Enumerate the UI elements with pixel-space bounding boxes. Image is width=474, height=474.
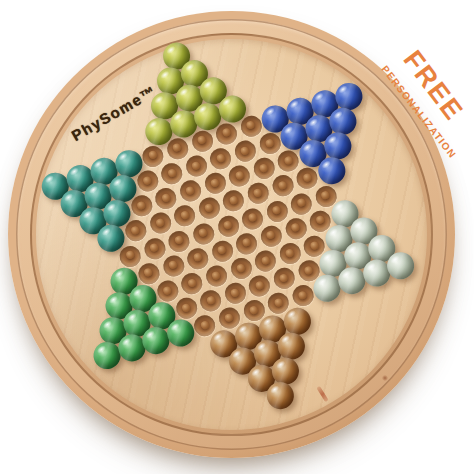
hole[interactable]	[203, 263, 229, 289]
hole[interactable]	[222, 280, 248, 306]
hole[interactable]	[183, 153, 209, 179]
hole[interactable]	[239, 205, 265, 231]
hole[interactable]	[271, 265, 297, 291]
hole[interactable]	[140, 143, 166, 169]
hole[interactable]	[283, 215, 309, 241]
hole[interactable]	[166, 228, 192, 254]
hole[interactable]	[196, 195, 222, 221]
hole[interactable]	[251, 155, 277, 181]
hole[interactable]	[290, 283, 316, 309]
hole[interactable]	[202, 170, 228, 196]
hole[interactable]	[232, 138, 258, 164]
hole[interactable]	[288, 190, 314, 216]
hole[interactable]	[179, 270, 205, 296]
hole[interactable]	[215, 213, 241, 239]
product-photo-scene: PhySome™ FREE PERSONALIZATION	[0, 0, 474, 474]
hole[interactable]	[234, 230, 260, 256]
hole[interactable]	[264, 198, 290, 224]
hole[interactable]	[275, 148, 301, 174]
hole[interactable]	[160, 253, 186, 279]
hole[interactable]	[252, 248, 278, 274]
hole[interactable]	[245, 180, 271, 206]
hole[interactable]	[209, 238, 235, 264]
hole[interactable]	[228, 255, 254, 281]
hole[interactable]	[173, 295, 199, 321]
hole[interactable]	[247, 273, 273, 299]
hole[interactable]	[141, 235, 167, 261]
hole[interactable]	[270, 173, 296, 199]
hole[interactable]	[153, 185, 179, 211]
hole[interactable]	[221, 188, 247, 214]
hole[interactable]	[198, 288, 224, 314]
hole[interactable]	[147, 210, 173, 236]
hole[interactable]	[226, 163, 252, 189]
hole[interactable]	[159, 160, 185, 186]
board-grid	[0, 0, 465, 463]
hole[interactable]	[136, 260, 162, 286]
hole[interactable]	[185, 245, 211, 271]
hole[interactable]	[294, 165, 320, 191]
hole[interactable]	[190, 220, 216, 246]
hole[interactable]	[172, 203, 198, 229]
hole[interactable]	[177, 178, 203, 204]
hole[interactable]	[208, 145, 234, 171]
hole[interactable]	[154, 278, 180, 304]
hole[interactable]	[277, 240, 303, 266]
hole[interactable]	[257, 130, 283, 156]
hole[interactable]	[258, 223, 284, 249]
